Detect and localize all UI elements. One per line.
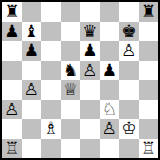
piece-white-pawn-b4[interactable]: ♙ bbox=[24, 81, 39, 98]
square-h1[interactable]: ♖ bbox=[139, 139, 159, 159]
square-a5[interactable] bbox=[2, 61, 22, 81]
piece-black-bishop-b7[interactable]: ♝ bbox=[24, 22, 39, 39]
square-h4[interactable] bbox=[139, 80, 159, 100]
square-e3[interactable] bbox=[80, 100, 100, 120]
square-e7[interactable]: ♛ bbox=[80, 22, 100, 42]
square-a8[interactable]: ♜ bbox=[2, 2, 22, 22]
square-h3[interactable] bbox=[139, 100, 159, 120]
square-d6[interactable] bbox=[61, 41, 81, 61]
square-g8[interactable] bbox=[119, 2, 139, 22]
square-c6[interactable] bbox=[41, 41, 61, 61]
square-f1[interactable] bbox=[100, 139, 120, 159]
square-g1[interactable] bbox=[119, 139, 139, 159]
square-e6[interactable]: ♟ bbox=[80, 41, 100, 61]
square-d8[interactable] bbox=[61, 2, 81, 22]
square-a6[interactable] bbox=[2, 41, 22, 61]
square-h5[interactable] bbox=[139, 61, 159, 81]
piece-black-king-g7[interactable]: ♚ bbox=[121, 22, 136, 39]
square-b4[interactable]: ♙ bbox=[22, 80, 42, 100]
piece-white-king-g2[interactable]: ♔ bbox=[121, 120, 136, 137]
square-h6[interactable] bbox=[139, 41, 159, 61]
square-a7[interactable]: ♟ bbox=[2, 22, 22, 42]
square-g7[interactable]: ♚ bbox=[119, 22, 139, 42]
piece-black-pawn-f5[interactable]: ♟ bbox=[102, 61, 117, 78]
piece-black-queen-e7[interactable]: ♛ bbox=[82, 22, 97, 39]
square-d5[interactable]: ♞ bbox=[61, 61, 81, 81]
square-d4[interactable]: ♕ bbox=[61, 80, 81, 100]
piece-white-rook-a1[interactable]: ♖ bbox=[4, 139, 19, 156]
piece-black-pawn-a7[interactable]: ♟ bbox=[4, 22, 19, 39]
piece-white-knight-f3[interactable]: ♘ bbox=[102, 100, 117, 117]
square-f4[interactable] bbox=[100, 80, 120, 100]
square-h2[interactable] bbox=[139, 119, 159, 139]
piece-white-pawn-g6[interactable]: ♙ bbox=[121, 42, 136, 59]
square-f3[interactable]: ♘ bbox=[100, 100, 120, 120]
piece-black-rook-h8[interactable]: ♜ bbox=[141, 3, 156, 20]
square-a2[interactable] bbox=[2, 119, 22, 139]
square-e2[interactable] bbox=[80, 119, 100, 139]
square-f7[interactable] bbox=[100, 22, 120, 42]
square-d3[interactable] bbox=[61, 100, 81, 120]
square-b2[interactable] bbox=[22, 119, 42, 139]
piece-white-rook-h1[interactable]: ♖ bbox=[141, 139, 156, 156]
square-b6[interactable]: ♟ bbox=[22, 41, 42, 61]
square-b7[interactable]: ♝ bbox=[22, 22, 42, 42]
square-f5[interactable]: ♟ bbox=[100, 61, 120, 81]
square-e5[interactable]: ♙ bbox=[80, 61, 100, 81]
square-d2[interactable] bbox=[61, 119, 81, 139]
square-g4[interactable] bbox=[119, 80, 139, 100]
square-c7[interactable] bbox=[41, 22, 61, 42]
chess-board: ♜♜♟♝♛♚♟♟♙♞♙♟♙♕♙♘♗♙♔♖♖ bbox=[0, 0, 160, 160]
square-b8[interactable] bbox=[22, 2, 42, 22]
square-c2[interactable]: ♗ bbox=[41, 119, 61, 139]
square-e1[interactable] bbox=[80, 139, 100, 159]
piece-white-pawn-a3[interactable]: ♙ bbox=[4, 100, 19, 117]
square-c8[interactable] bbox=[41, 2, 61, 22]
square-g3[interactable] bbox=[119, 100, 139, 120]
square-g5[interactable] bbox=[119, 61, 139, 81]
square-c5[interactable] bbox=[41, 61, 61, 81]
square-c3[interactable] bbox=[41, 100, 61, 120]
square-f8[interactable] bbox=[100, 2, 120, 22]
square-h7[interactable] bbox=[139, 22, 159, 42]
piece-white-bishop-c2[interactable]: ♗ bbox=[43, 120, 58, 137]
square-e4[interactable] bbox=[80, 80, 100, 100]
piece-black-pawn-e6[interactable]: ♟ bbox=[82, 42, 97, 59]
square-c1[interactable] bbox=[41, 139, 61, 159]
square-f6[interactable] bbox=[100, 41, 120, 61]
square-b1[interactable] bbox=[22, 139, 42, 159]
piece-white-pawn-f2[interactable]: ♙ bbox=[102, 120, 117, 137]
square-d7[interactable] bbox=[61, 22, 81, 42]
piece-black-knight-d5[interactable]: ♞ bbox=[63, 61, 78, 78]
square-b5[interactable] bbox=[22, 61, 42, 81]
piece-black-pawn-b6[interactable]: ♟ bbox=[24, 42, 39, 59]
square-d1[interactable] bbox=[61, 139, 81, 159]
square-c4[interactable] bbox=[41, 80, 61, 100]
square-g2[interactable]: ♔ bbox=[119, 119, 139, 139]
square-a3[interactable]: ♙ bbox=[2, 100, 22, 120]
square-h8[interactable]: ♜ bbox=[139, 2, 159, 22]
piece-black-rook-a8[interactable]: ♜ bbox=[4, 3, 19, 20]
board-grid: ♜♜♟♝♛♚♟♟♙♞♙♟♙♕♙♘♗♙♔♖♖ bbox=[2, 2, 158, 158]
piece-white-queen-d4[interactable]: ♕ bbox=[63, 81, 78, 98]
square-g6[interactable]: ♙ bbox=[119, 41, 139, 61]
piece-white-pawn-e5[interactable]: ♙ bbox=[82, 61, 97, 78]
square-a1[interactable]: ♖ bbox=[2, 139, 22, 159]
square-f2[interactable]: ♙ bbox=[100, 119, 120, 139]
square-a4[interactable] bbox=[2, 80, 22, 100]
square-b3[interactable] bbox=[22, 100, 42, 120]
square-e8[interactable] bbox=[80, 2, 100, 22]
